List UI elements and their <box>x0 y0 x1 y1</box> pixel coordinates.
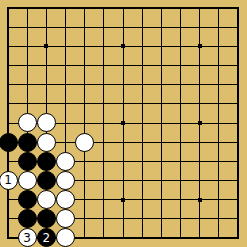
intersection-b2[interactable] <box>18 209 37 228</box>
intersection-c5[interactable] <box>37 152 56 171</box>
intersection-b13[interactable] <box>18 0 37 18</box>
intersection-j1[interactable] <box>152 228 171 247</box>
intersection-l8[interactable] <box>190 94 209 113</box>
black-stone-a6 <box>0 133 18 152</box>
intersection-b1[interactable]: 3 <box>18 228 37 247</box>
intersection-j11[interactable] <box>152 37 171 56</box>
black-stone-b2 <box>18 209 37 228</box>
intersection-f10[interactable] <box>94 56 113 75</box>
intersection-a8[interactable] <box>0 94 18 113</box>
intersection-j13[interactable] <box>152 0 171 18</box>
intersection-m2[interactable] <box>209 209 228 228</box>
intersection-k8[interactable] <box>171 94 190 113</box>
intersection-l5[interactable] <box>190 152 209 171</box>
intersection-j7[interactable] <box>152 113 171 132</box>
intersection-l9[interactable] <box>190 75 209 94</box>
intersection-g10[interactable] <box>113 56 132 75</box>
intersection-h10[interactable] <box>133 56 152 75</box>
intersection-d11[interactable] <box>56 37 75 56</box>
white-stone-d2 <box>56 209 75 228</box>
white-stone-e6 <box>75 133 94 152</box>
intersection-m6[interactable] <box>209 133 228 152</box>
intersection-g7[interactable] <box>113 113 132 132</box>
intersection-k10[interactable] <box>171 56 190 75</box>
intersection-a5[interactable] <box>0 152 18 171</box>
black-stone-c2 <box>37 209 56 228</box>
intersection-n5[interactable] <box>228 152 247 171</box>
intersection-c10[interactable] <box>37 56 56 75</box>
intersection-l13[interactable] <box>190 0 209 18</box>
intersection-g4[interactable] <box>113 171 132 190</box>
white-stone-d1 <box>56 228 75 247</box>
intersection-k3[interactable] <box>171 190 190 209</box>
intersection-b12[interactable] <box>18 18 37 37</box>
intersection-e6[interactable] <box>75 133 94 152</box>
intersection-n13[interactable] <box>228 0 247 18</box>
intersection-f13[interactable] <box>94 0 113 18</box>
intersection-d1[interactable] <box>56 228 75 247</box>
intersection-k1[interactable] <box>171 228 190 247</box>
intersection-m4[interactable] <box>209 171 228 190</box>
intersection-h5[interactable] <box>133 152 152 171</box>
intersection-m3[interactable] <box>209 190 228 209</box>
intersection-k4[interactable] <box>171 171 190 190</box>
intersection-h11[interactable] <box>133 37 152 56</box>
intersection-l2[interactable] <box>190 209 209 228</box>
intersection-h1[interactable] <box>133 228 152 247</box>
intersection-n7[interactable] <box>228 113 247 132</box>
intersection-d12[interactable] <box>56 18 75 37</box>
intersection-d9[interactable] <box>56 75 75 94</box>
intersection-b6[interactable] <box>18 133 37 152</box>
white-stone-c3 <box>37 190 56 209</box>
intersection-c2[interactable] <box>37 209 56 228</box>
intersection-c8[interactable] <box>37 94 56 113</box>
intersection-f12[interactable] <box>94 18 113 37</box>
intersection-g2[interactable] <box>113 209 132 228</box>
intersection-h4[interactable] <box>133 171 152 190</box>
black-stone-c4 <box>37 171 56 190</box>
white-stone-b1: 3 <box>18 228 37 247</box>
intersection-j9[interactable] <box>152 75 171 94</box>
intersection-j2[interactable] <box>152 209 171 228</box>
intersection-k13[interactable] <box>171 0 190 18</box>
intersection-e12[interactable] <box>75 18 94 37</box>
intersection-k6[interactable] <box>171 133 190 152</box>
intersection-l6[interactable] <box>190 133 209 152</box>
intersection-f3[interactable] <box>94 190 113 209</box>
intersection-k9[interactable] <box>171 75 190 94</box>
intersection-g8[interactable] <box>113 94 132 113</box>
intersection-l10[interactable] <box>190 56 209 75</box>
intersection-k11[interactable] <box>171 37 190 56</box>
intersection-c9[interactable] <box>37 75 56 94</box>
intersection-n6[interactable] <box>228 133 247 152</box>
white-stone-d3 <box>56 190 75 209</box>
intersection-e5[interactable] <box>75 152 94 171</box>
intersection-h9[interactable] <box>133 75 152 94</box>
intersection-n11[interactable] <box>228 37 247 56</box>
intersection-d5[interactable] <box>56 152 75 171</box>
intersection-l7[interactable] <box>190 113 209 132</box>
intersection-a13[interactable] <box>0 0 18 18</box>
intersection-f9[interactable] <box>94 75 113 94</box>
intersection-d7[interactable] <box>56 113 75 132</box>
intersection-a1[interactable] <box>0 228 18 247</box>
intersection-j3[interactable] <box>152 190 171 209</box>
intersection-j5[interactable] <box>152 152 171 171</box>
intersection-j12[interactable] <box>152 18 171 37</box>
intersection-h6[interactable] <box>133 133 152 152</box>
intersection-n1[interactable] <box>228 228 247 247</box>
intersection-e2[interactable] <box>75 209 94 228</box>
intersection-n2[interactable] <box>228 209 247 228</box>
intersection-e3[interactable] <box>75 190 94 209</box>
intersection-e8[interactable] <box>75 94 94 113</box>
black-stone-b6 <box>18 133 37 152</box>
black-stone-b5 <box>18 152 37 171</box>
intersection-f7[interactable] <box>94 113 113 132</box>
intersection-a4[interactable]: 1 <box>0 171 18 190</box>
intersection-m9[interactable] <box>209 75 228 94</box>
go-board-diagram: 132 <box>0 0 247 247</box>
intersection-l1[interactable] <box>190 228 209 247</box>
intersection-c12[interactable] <box>37 18 56 37</box>
white-stone-a4: 1 <box>0 171 18 190</box>
intersection-n3[interactable] <box>228 190 247 209</box>
intersection-e9[interactable] <box>75 75 94 94</box>
intersection-h7[interactable] <box>133 113 152 132</box>
intersection-j4[interactable] <box>152 171 171 190</box>
intersection-a11[interactable] <box>0 37 18 56</box>
intersection-a7[interactable] <box>0 113 18 132</box>
intersection-k2[interactable] <box>171 209 190 228</box>
intersection-m8[interactable] <box>209 94 228 113</box>
intersection-g12[interactable] <box>113 18 132 37</box>
intersection-g11[interactable] <box>113 37 132 56</box>
black-stone-b3 <box>18 190 37 209</box>
black-stone-c1: 2 <box>37 228 56 247</box>
intersection-f6[interactable] <box>94 133 113 152</box>
intersection-c1[interactable]: 2 <box>37 228 56 247</box>
white-stone-d4 <box>56 171 75 190</box>
intersection-d2[interactable] <box>56 209 75 228</box>
intersection-b11[interactable] <box>18 37 37 56</box>
intersection-a3[interactable] <box>0 190 18 209</box>
intersection-d6[interactable] <box>56 133 75 152</box>
intersection-h3[interactable] <box>133 190 152 209</box>
intersection-l3[interactable] <box>190 190 209 209</box>
intersection-b4[interactable] <box>18 171 37 190</box>
intersection-b5[interactable] <box>18 152 37 171</box>
intersection-n8[interactable] <box>228 94 247 113</box>
intersection-g13[interactable] <box>113 0 132 18</box>
intersection-d10[interactable] <box>56 56 75 75</box>
intersection-d4[interactable] <box>56 171 75 190</box>
intersection-c3[interactable] <box>37 190 56 209</box>
intersection-a2[interactable] <box>0 209 18 228</box>
intersection-n10[interactable] <box>228 56 247 75</box>
intersection-j10[interactable] <box>152 56 171 75</box>
intersection-b10[interactable] <box>18 56 37 75</box>
intersection-m11[interactable] <box>209 37 228 56</box>
go-board: 132 <box>0 0 247 247</box>
intersection-n4[interactable] <box>228 171 247 190</box>
intersection-a10[interactable] <box>0 56 18 75</box>
intersection-a6[interactable] <box>0 133 18 152</box>
intersection-a12[interactable] <box>0 18 18 37</box>
intersection-c7[interactable] <box>37 113 56 132</box>
intersection-b9[interactable] <box>18 75 37 94</box>
intersection-f11[interactable] <box>94 37 113 56</box>
intersection-g9[interactable] <box>113 75 132 94</box>
white-stone-c7 <box>37 113 56 132</box>
intersection-m1[interactable] <box>209 228 228 247</box>
intersection-h13[interactable] <box>133 0 152 18</box>
intersection-e13[interactable] <box>75 0 94 18</box>
intersection-e11[interactable] <box>75 37 94 56</box>
intersection-f5[interactable] <box>94 152 113 171</box>
intersection-m7[interactable] <box>209 113 228 132</box>
intersection-h12[interactable] <box>133 18 152 37</box>
intersection-c6[interactable] <box>37 133 56 152</box>
intersection-k7[interactable] <box>171 113 190 132</box>
white-stone-b4 <box>18 171 37 190</box>
white-stone-b7 <box>18 113 37 132</box>
intersection-j8[interactable] <box>152 94 171 113</box>
white-stone-d5 <box>56 152 75 171</box>
intersection-l11[interactable] <box>190 37 209 56</box>
board-grid: 132 <box>0 0 247 247</box>
intersection-m10[interactable] <box>209 56 228 75</box>
intersection-m13[interactable] <box>209 0 228 18</box>
intersection-g6[interactable] <box>113 133 132 152</box>
black-stone-c5 <box>37 152 56 171</box>
intersection-a9[interactable] <box>0 75 18 94</box>
intersection-h2[interactable] <box>133 209 152 228</box>
intersection-m5[interactable] <box>209 152 228 171</box>
intersection-b3[interactable] <box>18 190 37 209</box>
intersection-d3[interactable] <box>56 190 75 209</box>
intersection-g1[interactable] <box>113 228 132 247</box>
intersection-e1[interactable] <box>75 228 94 247</box>
white-stone-c6 <box>37 133 56 152</box>
intersection-n9[interactable] <box>228 75 247 94</box>
intersection-e4[interactable] <box>75 171 94 190</box>
intersection-f8[interactable] <box>94 94 113 113</box>
intersection-e10[interactable] <box>75 56 94 75</box>
intersection-f2[interactable] <box>94 209 113 228</box>
intersection-k5[interactable] <box>171 152 190 171</box>
intersection-g3[interactable] <box>113 190 132 209</box>
intersection-f1[interactable] <box>94 228 113 247</box>
intersection-g5[interactable] <box>113 152 132 171</box>
intersection-d8[interactable] <box>56 94 75 113</box>
move-number: 3 <box>23 231 31 243</box>
move-number: 2 <box>42 231 50 243</box>
intersection-f4[interactable] <box>94 171 113 190</box>
intersection-l4[interactable] <box>190 171 209 190</box>
intersection-n12[interactable] <box>228 18 247 37</box>
intersection-d13[interactable] <box>56 0 75 18</box>
intersection-b8[interactable] <box>18 94 37 113</box>
intersection-h8[interactable] <box>133 94 152 113</box>
intersection-k12[interactable] <box>171 18 190 37</box>
intersection-j6[interactable] <box>152 133 171 152</box>
intersection-l12[interactable] <box>190 18 209 37</box>
intersection-c4[interactable] <box>37 171 56 190</box>
move-number: 1 <box>4 174 12 186</box>
intersection-c11[interactable] <box>37 37 56 56</box>
intersection-e7[interactable] <box>75 113 94 132</box>
intersection-b7[interactable] <box>18 113 37 132</box>
intersection-c13[interactable] <box>37 0 56 18</box>
intersection-m12[interactable] <box>209 18 228 37</box>
